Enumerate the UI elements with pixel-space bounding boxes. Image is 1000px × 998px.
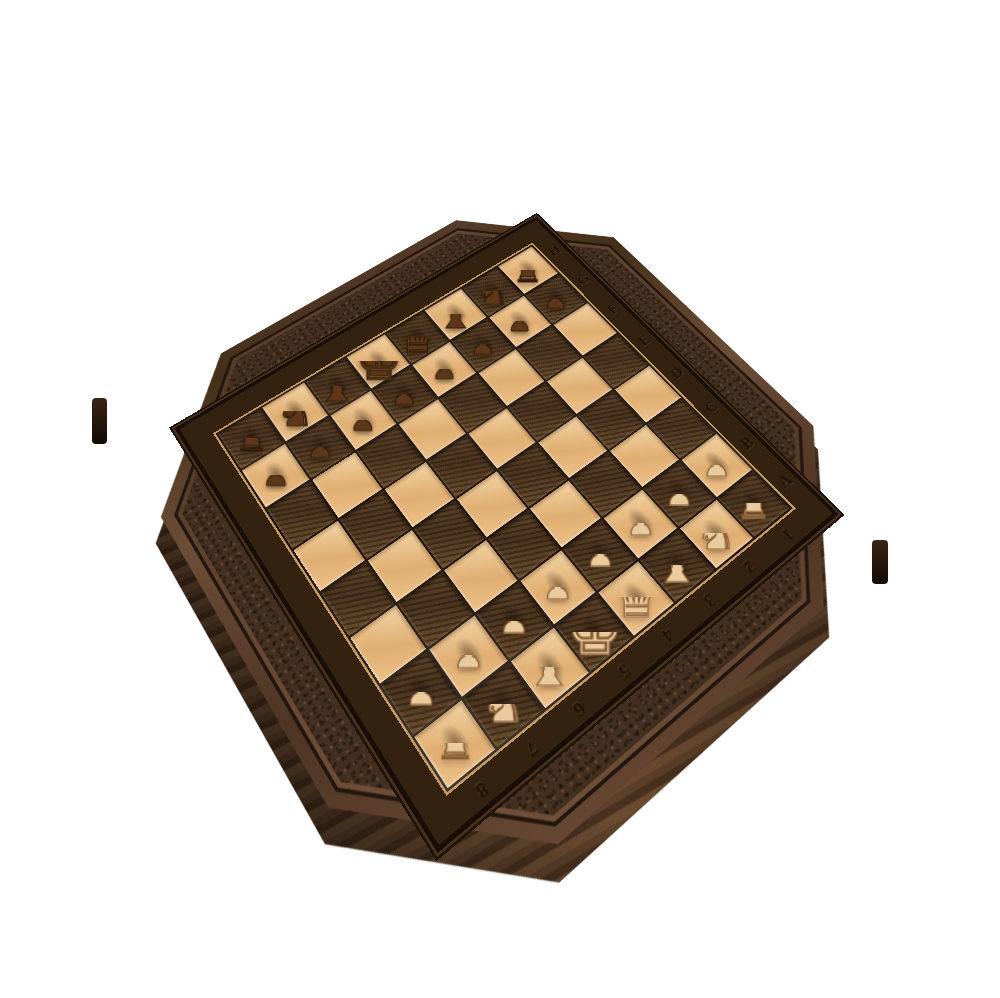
chess-board: ABCDEFGH 87654321 ♜♟♟♜♞♟♟♞♝♟♟♝♚♟♟♚♛♟♟♛♝♟… bbox=[105, 171, 918, 967]
photo-scene: ABCDEFGH 87654321 ♜♟♟♜♞♟♟♞♝♟♟♝♚♟♟♚♛♟♟♛♝♟… bbox=[0, 0, 1000, 998]
